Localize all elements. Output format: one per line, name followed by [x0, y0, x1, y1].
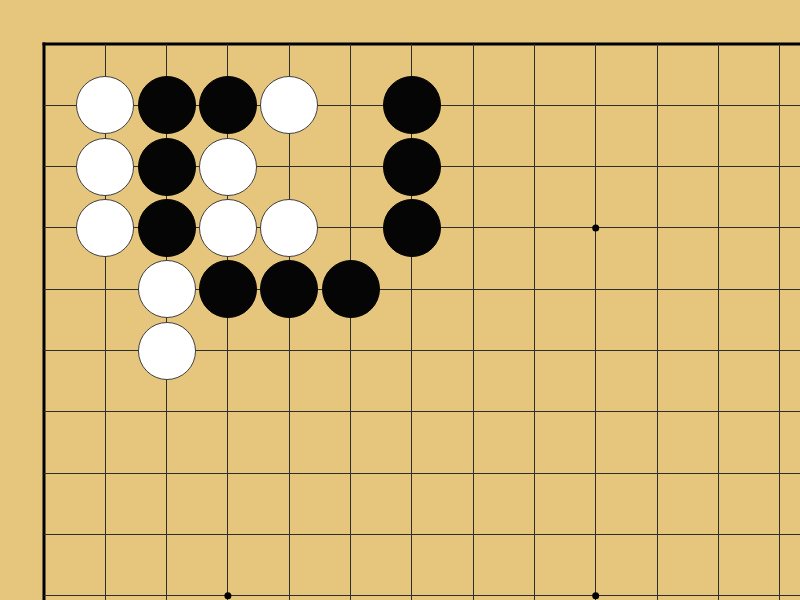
white-stone: [76, 138, 134, 196]
white-stone: [76, 199, 134, 257]
black-stone: [138, 199, 196, 257]
black-stone: [138, 76, 196, 134]
white-stone: [260, 76, 318, 134]
black-stone: [199, 76, 257, 134]
white-stone: [138, 260, 196, 318]
black-stone: [138, 138, 196, 196]
black-stone: [383, 76, 441, 134]
black-stone: [322, 260, 380, 318]
white-stone: [260, 199, 318, 257]
white-stone: [199, 199, 257, 257]
stones-layer: [0, 0, 800, 600]
go-board[interactable]: [0, 0, 800, 600]
black-stone: [383, 199, 441, 257]
white-stone: [138, 322, 196, 380]
black-stone: [260, 260, 318, 318]
white-stone: [199, 138, 257, 196]
white-stone: [76, 76, 134, 134]
black-stone: [383, 138, 441, 196]
black-stone: [199, 260, 257, 318]
